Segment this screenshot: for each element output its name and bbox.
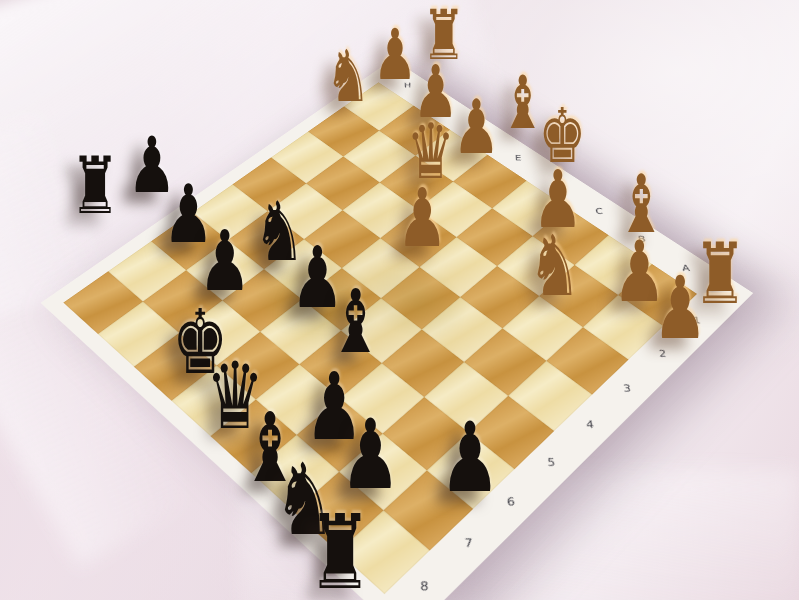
- piece-white-pawn-h2[interactable]: ♟: [373, 21, 417, 91]
- piece-black-rook-a8[interactable]: ♜: [308, 501, 373, 600]
- piece-black-pawn-a6[interactable]: ♟: [439, 410, 500, 507]
- piece-white-knight-c3[interactable]: ♞: [528, 224, 581, 308]
- piece-white-pawn-e4[interactable]: ♟: [397, 178, 448, 259]
- piece-black-pawn-b7[interactable]: ♟: [340, 408, 401, 504]
- piece-white-pawn-f2[interactable]: ♟: [453, 90, 500, 165]
- piece-white-pawn-a2[interactable]: ♟: [653, 264, 708, 351]
- piece-black-rook-h8[interactable]: ♜: [70, 147, 120, 226]
- piece-white-knight-h3[interactable]: ♞: [325, 41, 370, 113]
